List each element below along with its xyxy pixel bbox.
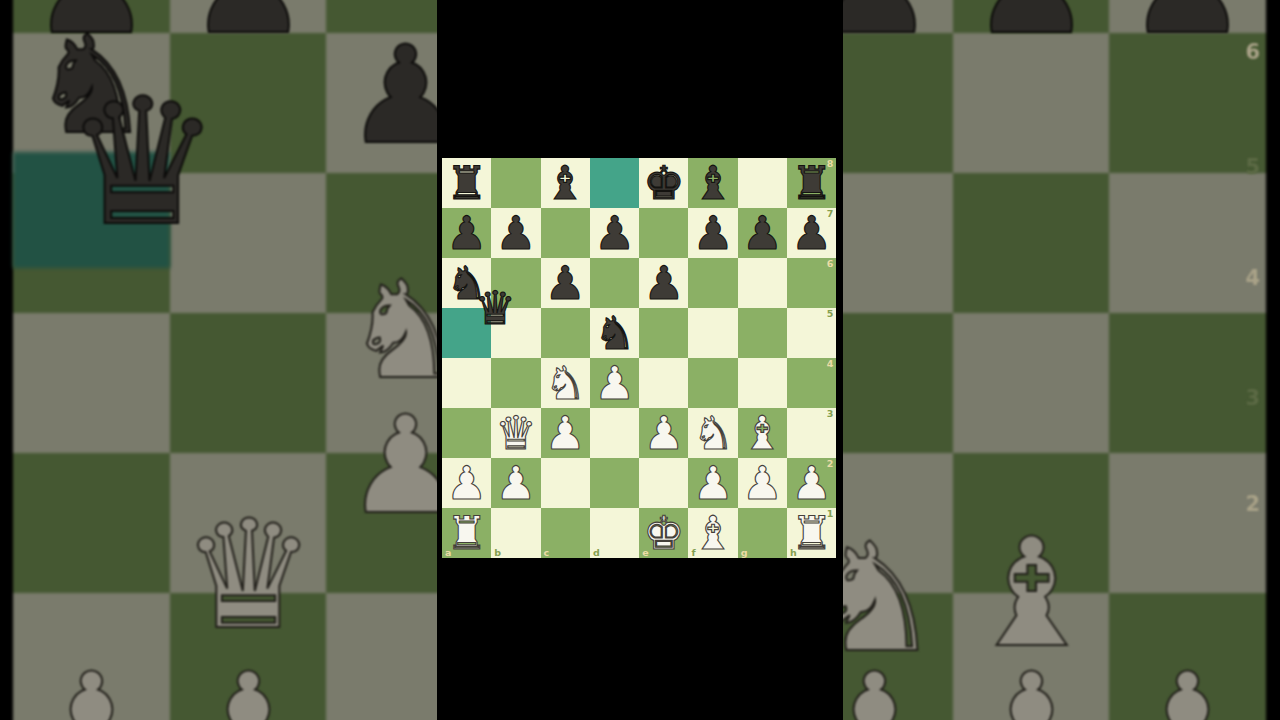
file-label-c: c [544, 547, 550, 558]
piece-black-pawn-b7: ♟ [491, 208, 540, 258]
square-h1: 1h♜ [787, 508, 836, 558]
piece-white-knight-f3: ♞ [688, 408, 737, 458]
square-b4 [491, 358, 540, 408]
square-c1: c [541, 508, 590, 558]
piece-white-pawn-e3: ♟ [639, 408, 688, 458]
piece-white-pawn-a2: ♟ [442, 458, 491, 508]
bg-piece-black-pawn: ♟ [953, 0, 1110, 55]
square-b1: b [491, 508, 540, 558]
square-g6 [738, 258, 787, 308]
square-g4 [738, 358, 787, 408]
square-e5 [639, 308, 688, 358]
square-g5 [738, 308, 787, 358]
piece-black-rook-h8: ♜ [787, 158, 836, 208]
chess-board: ♜♝♚♝8♜♟♟♟♟♟7♟♞♟♟6♞5♞♟4♛♟♟♞♝3♟♟♟♟2♟a♜bcde… [442, 158, 836, 558]
bg-rank-label-3: 3 [1240, 386, 1260, 410]
bg-piece-white-pawn: ♟ [170, 652, 327, 720]
piece-black-queen-animating: ♛ [471, 283, 520, 333]
square-e7 [639, 208, 688, 258]
square-h4: 4 [787, 358, 836, 408]
piece-white-knight-c4: ♞ [541, 358, 590, 408]
piece-white-bishop-g3: ♝ [738, 408, 787, 458]
square-f8: ♝ [688, 158, 737, 208]
rank-label-5: 5 [827, 308, 834, 319]
square-e8: ♚ [639, 158, 688, 208]
file-label-b: b [494, 547, 501, 558]
square-a2: ♟ [442, 458, 491, 508]
square-f6 [688, 258, 737, 308]
rank-label-4: 4 [827, 358, 834, 369]
square-b3: ♛ [491, 408, 540, 458]
square-a8: ♜ [442, 158, 491, 208]
square-c5 [541, 308, 590, 358]
square-e6: ♟ [639, 258, 688, 308]
bg-piece-black-queen: ♛ [50, 70, 235, 255]
piece-white-pawn-f2: ♟ [688, 458, 737, 508]
square-c8: ♝ [541, 158, 590, 208]
bg-rank-label-5: 5 [1240, 155, 1260, 179]
square-g1: g [738, 508, 787, 558]
piece-black-pawn-d7: ♟ [590, 208, 639, 258]
square-h2: 2♟ [787, 458, 836, 508]
square-a1: a♜ [442, 508, 491, 558]
piece-black-pawn-a7: ♟ [442, 208, 491, 258]
piece-white-pawn-g2: ♟ [738, 458, 787, 508]
square-f1: f♝ [688, 508, 737, 558]
piece-black-bishop-f8: ♝ [688, 158, 737, 208]
bg-piece-white-pawn: ♟ [953, 652, 1110, 720]
square-h6: 6 [787, 258, 836, 308]
square-d7: ♟ [590, 208, 639, 258]
piece-black-bishop-c8: ♝ [541, 158, 590, 208]
square-g3: ♝ [738, 408, 787, 458]
square-d6 [590, 258, 639, 308]
square-b8 [491, 158, 540, 208]
square-g2: ♟ [738, 458, 787, 508]
square-f4 [688, 358, 737, 408]
piece-black-pawn-h7: ♟ [787, 208, 836, 258]
bg-rank-label-4: 4 [1240, 266, 1260, 290]
bg-piece-white-bishop: ♝ [953, 523, 1110, 663]
square-h7: 7♟ [787, 208, 836, 258]
piece-white-rook-h1: ♜ [787, 508, 836, 558]
square-d5: ♞ [590, 308, 639, 358]
square-d1: d [590, 508, 639, 558]
bg-rank-label-2: 2 [1240, 492, 1260, 516]
piece-black-rook-a8: ♜ [442, 158, 491, 208]
square-c7 [541, 208, 590, 258]
piece-black-knight-d5: ♞ [590, 308, 639, 358]
square-h8: 8♜ [787, 158, 836, 208]
square-h3: 3 [787, 408, 836, 458]
square-d2 [590, 458, 639, 508]
rank-label-3: 3 [827, 408, 834, 419]
piece-black-king-e8: ♚ [639, 158, 688, 208]
square-f5 [688, 308, 737, 358]
square-c6: ♟ [541, 258, 590, 308]
square-a7: ♟ [442, 208, 491, 258]
shorts-video-frame: ♟♟♟♟♟♞♟♛♞♟♛♞♝♟♟♟♟♟65432 ♜♝♚♝8♜♟♟♟♟♟7♟♞♟♟… [0, 0, 1280, 720]
square-e2 [639, 458, 688, 508]
piece-white-king-e1: ♚ [639, 508, 688, 558]
file-label-d: d [593, 547, 600, 558]
square-d8 [590, 158, 639, 208]
square-c4: ♞ [541, 358, 590, 408]
rank-label-6: 6 [827, 258, 834, 269]
square-f7: ♟ [688, 208, 737, 258]
piece-white-pawn-h2: ♟ [787, 458, 836, 508]
bg-piece-white-pawn: ♟ [1109, 652, 1266, 720]
square-a3 [442, 408, 491, 458]
square-a4 [442, 358, 491, 408]
square-b7: ♟ [491, 208, 540, 258]
square-h5: 5 [787, 308, 836, 358]
piece-white-pawn-c3: ♟ [541, 408, 590, 458]
square-c3: ♟ [541, 408, 590, 458]
square-d4: ♟ [590, 358, 639, 408]
piece-white-bishop-f1: ♝ [688, 508, 737, 558]
piece-white-pawn-d4: ♟ [590, 358, 639, 408]
square-e4 [639, 358, 688, 408]
square-g7: ♟ [738, 208, 787, 258]
bg-piece-black-pawn: ♟ [170, 0, 327, 55]
bg-rank-label-6: 6 [1240, 40, 1260, 64]
file-label-g: g [741, 547, 748, 558]
piece-white-queen-b3: ♛ [491, 408, 540, 458]
square-e3: ♟ [639, 408, 688, 458]
square-d3 [590, 408, 639, 458]
square-g8 [738, 158, 787, 208]
piece-black-pawn-g7: ♟ [738, 208, 787, 258]
square-f2: ♟ [688, 458, 737, 508]
piece-black-pawn-f7: ♟ [688, 208, 737, 258]
bg-piece-white-pawn: ♟ [13, 652, 170, 720]
bg-piece-white-queen: ♛ [170, 505, 327, 645]
piece-black-pawn-c6: ♟ [541, 258, 590, 308]
piece-white-rook-a1: ♜ [442, 508, 491, 558]
piece-white-pawn-b2: ♟ [491, 458, 540, 508]
square-b2: ♟ [491, 458, 540, 508]
square-f3: ♞ [688, 408, 737, 458]
square-c2 [541, 458, 590, 508]
square-e1: e♚ [639, 508, 688, 558]
piece-black-pawn-e6: ♟ [639, 258, 688, 308]
